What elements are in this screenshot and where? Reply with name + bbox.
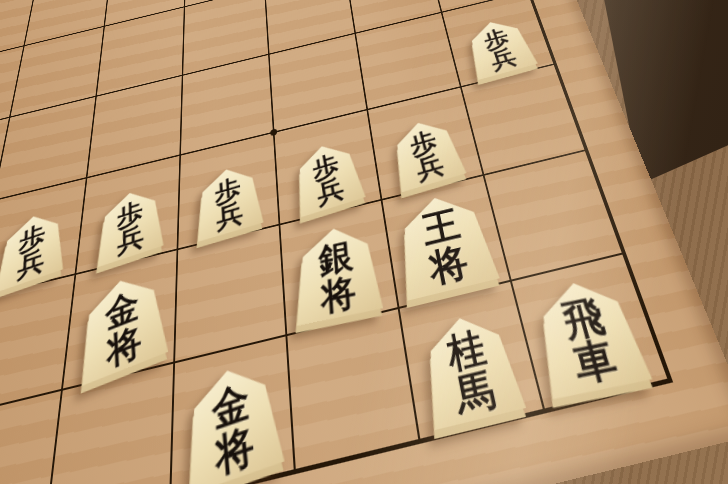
photo-viewport: 歩兵歩兵歩兵歩兵歩兵歩兵金将銀将王将金将桂馬飛車 (0, 0, 728, 484)
piece-top-face: 金将 (183, 356, 286, 484)
piece-kanji: 兵 (488, 46, 520, 73)
piece-kanji: 兵 (315, 175, 346, 209)
piece-kanji: 車 (569, 336, 621, 389)
piece-kanji: 馬 (452, 367, 498, 420)
piece-kanji: 将 (426, 242, 472, 290)
board-grid: 歩兵歩兵歩兵歩兵歩兵歩兵金将銀将王将金将桂馬飛車 (0, 0, 673, 484)
piece-top-face: 銀将 (293, 220, 384, 326)
piece-silver-3h[interactable]: 銀将 (281, 201, 397, 333)
piece-kanji: 将 (214, 421, 257, 480)
square-3i[interactable] (286, 308, 419, 470)
piece-top-face: 飛車 (527, 274, 653, 400)
piece-kanji: 兵 (117, 223, 144, 258)
piece-kanji: 兵 (216, 199, 245, 233)
piece-kanji: 兵 (414, 151, 447, 184)
piece-kanji: 将 (320, 272, 358, 317)
piece-rook-1i[interactable]: 飛車 (512, 255, 667, 408)
